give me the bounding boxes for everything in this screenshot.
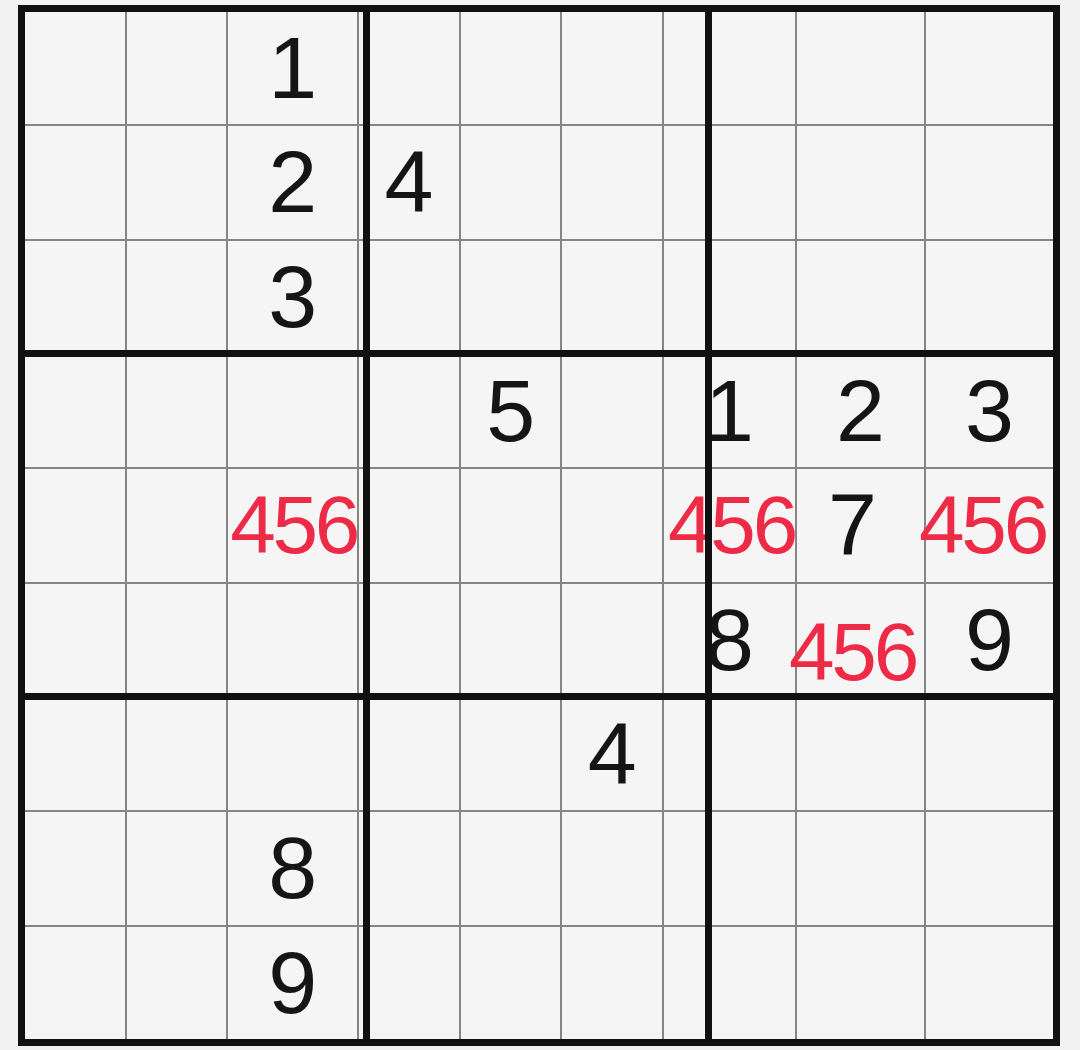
cell-r7c9[interactable] (926, 698, 1053, 810)
given-digit: 4 (588, 710, 637, 798)
cell-r9c6[interactable] (562, 927, 662, 1039)
cell-r3c7[interactable] (664, 241, 795, 353)
cell-r9c1[interactable] (25, 927, 125, 1039)
given-digit: 3 (965, 367, 1014, 455)
cell-r7c7[interactable] (664, 698, 795, 810)
cell-r4c3[interactable] (228, 355, 357, 467)
cell-r3c6[interactable] (562, 241, 662, 353)
cell-r7c2[interactable] (127, 698, 227, 810)
cell-r8c6[interactable] (562, 812, 662, 924)
cell-r6c4[interactable] (359, 584, 459, 696)
given-digit: 1 (705, 367, 754, 455)
cell-r3c8[interactable] (797, 241, 924, 353)
given-digit: 7 (828, 481, 877, 569)
cell-r2c8[interactable] (797, 126, 924, 238)
cell-r4c4[interactable] (359, 355, 459, 467)
cell-r4c5[interactable]: 5 (461, 355, 561, 467)
given-digit: 8 (268, 824, 317, 912)
cell-r8c2[interactable] (127, 812, 227, 924)
cell-r5c8[interactable]: 7 (797, 469, 924, 581)
cell-r7c8[interactable] (797, 698, 924, 810)
given-digit: 9 (268, 939, 317, 1027)
cell-r1c8[interactable] (797, 12, 924, 124)
cell-r8c8[interactable] (797, 812, 924, 924)
cell-r1c9[interactable] (926, 12, 1053, 124)
given-digit: 2 (268, 138, 317, 226)
red-candidates: 456 (919, 484, 1046, 566)
cell-r4c9[interactable]: 3 (926, 355, 1053, 467)
cell-r7c4[interactable] (359, 698, 459, 810)
cell-r7c6[interactable]: 4 (562, 698, 662, 810)
cell-r1c6[interactable] (562, 12, 662, 124)
cell-r5c2[interactable] (127, 469, 227, 581)
cell-r2c1[interactable] (25, 126, 125, 238)
cell-r4c8[interactable]: 2 (797, 355, 924, 467)
cell-r2c5[interactable] (461, 126, 561, 238)
sudoku-grid: 12435123456456745684569489 (25, 12, 1053, 1039)
red-candidates: 456 (789, 611, 916, 693)
cell-r8c9[interactable] (926, 812, 1053, 924)
cell-r1c3[interactable]: 1 (228, 12, 357, 124)
cell-r2c3[interactable]: 2 (228, 126, 357, 238)
cell-r5c4[interactable] (359, 469, 459, 581)
cell-r8c5[interactable] (461, 812, 561, 924)
cell-r2c6[interactable] (562, 126, 662, 238)
given-digit: 3 (268, 253, 317, 341)
given-digit: 1 (268, 24, 317, 112)
cell-r1c4[interactable] (359, 12, 459, 124)
cell-r6c6[interactable] (562, 584, 662, 696)
cell-r2c7[interactable] (664, 126, 795, 238)
cell-r8c7[interactable] (664, 812, 795, 924)
cell-r9c2[interactable] (127, 927, 227, 1039)
red-candidates: 456 (668, 484, 795, 566)
cell-r3c4[interactable] (359, 241, 459, 353)
cell-r4c1[interactable] (25, 355, 125, 467)
cell-r4c6[interactable] (562, 355, 662, 467)
cell-r1c2[interactable] (127, 12, 227, 124)
cell-r2c9[interactable] (926, 126, 1053, 238)
cell-r6c8[interactable]: 456 (797, 584, 924, 696)
cell-r6c1[interactable] (25, 584, 125, 696)
cell-r5c3[interactable]: 456 (228, 469, 357, 581)
cell-r7c5[interactable] (461, 698, 561, 810)
cell-r8c3[interactable]: 8 (228, 812, 357, 924)
cell-r3c3[interactable]: 3 (228, 241, 357, 353)
cell-r4c2[interactable] (127, 355, 227, 467)
cell-r3c5[interactable] (461, 241, 561, 353)
given-digit: 9 (965, 596, 1014, 684)
cell-r2c2[interactable] (127, 126, 227, 238)
cell-r5c6[interactable] (562, 469, 662, 581)
cell-r7c3[interactable] (228, 698, 357, 810)
cell-r5c9[interactable]: 456 (926, 469, 1053, 581)
cell-r6c2[interactable] (127, 584, 227, 696)
given-digit: 2 (836, 367, 885, 455)
cell-r6c5[interactable] (461, 584, 561, 696)
sudoku-board: 12435123456456745684569489 (18, 5, 1060, 1046)
red-candidates: 456 (230, 484, 357, 566)
cell-r9c9[interactable] (926, 927, 1053, 1039)
cell-r9c7[interactable] (664, 927, 795, 1039)
cell-r5c1[interactable] (25, 469, 125, 581)
cell-r8c1[interactable] (25, 812, 125, 924)
cell-r6c7[interactable]: 8 (664, 584, 795, 696)
cell-r6c9[interactable]: 9 (926, 584, 1053, 696)
cell-r1c7[interactable] (664, 12, 795, 124)
cell-r5c5[interactable] (461, 469, 561, 581)
cell-r8c4[interactable] (359, 812, 459, 924)
cell-r6c3[interactable] (228, 584, 357, 696)
cell-r7c1[interactable] (25, 698, 125, 810)
cell-r2c4[interactable]: 4 (359, 126, 459, 238)
given-digit: 5 (486, 367, 535, 455)
cell-r4c7[interactable]: 1 (664, 355, 795, 467)
given-digit: 8 (705, 596, 754, 684)
cell-r9c8[interactable] (797, 927, 924, 1039)
cell-r9c4[interactable] (359, 927, 459, 1039)
cell-r3c1[interactable] (25, 241, 125, 353)
given-digit: 4 (385, 138, 434, 226)
cell-r3c9[interactable] (926, 241, 1053, 353)
cell-r9c5[interactable] (461, 927, 561, 1039)
cell-r1c1[interactable] (25, 12, 125, 124)
cell-r1c5[interactable] (461, 12, 561, 124)
cell-r3c2[interactable] (127, 241, 227, 353)
cell-r9c3[interactable]: 9 (228, 927, 357, 1039)
cell-r5c7[interactable]: 456 (664, 469, 795, 581)
